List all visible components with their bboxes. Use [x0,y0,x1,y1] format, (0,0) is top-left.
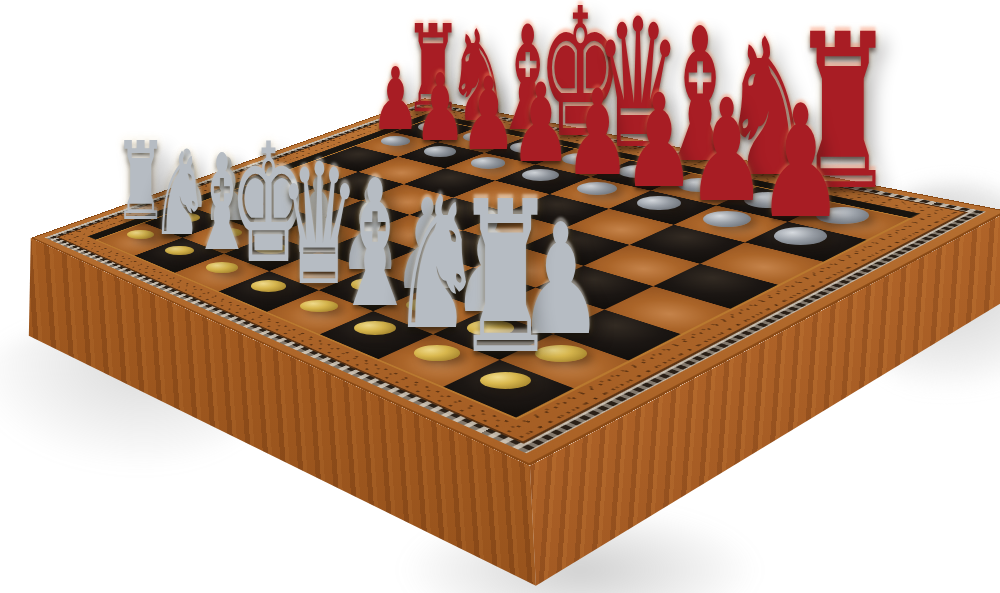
chess-piece-black-pawn[interactable]: ♟ [687,135,766,224]
piece-glyph: ♜ [455,175,557,385]
piece-glyph: ♟ [687,82,766,224]
chess-piece-black-pawn[interactable]: ♟ [757,144,844,241]
chess-piece-black-pawn[interactable]: ♟ [564,118,630,192]
chess-piece-white-rook[interactable]: ♜ [455,272,557,385]
product-photo-stage: ♜♞♝♛♚♝♞♜♟♟♟♟♟♟♟♟♟♟♟♟♟♟♟♟♜♞♝♛♚♝♞♜ [0,0,1000,593]
piece-glyph: ♟ [564,74,630,193]
chess-piece-black-pawn[interactable]: ♟ [623,126,695,207]
piece-glyph: ♟ [460,65,516,166]
piece-glyph: ♟ [414,61,466,154]
piece-glyph: ♟ [371,57,419,144]
chess-piece-black-pawn[interactable]: ♟ [414,96,466,154]
chess-piece-black-pawn[interactable]: ♟ [371,90,419,144]
piece-glyph: ♟ [757,85,844,241]
piece-glyph: ♟ [623,78,695,207]
